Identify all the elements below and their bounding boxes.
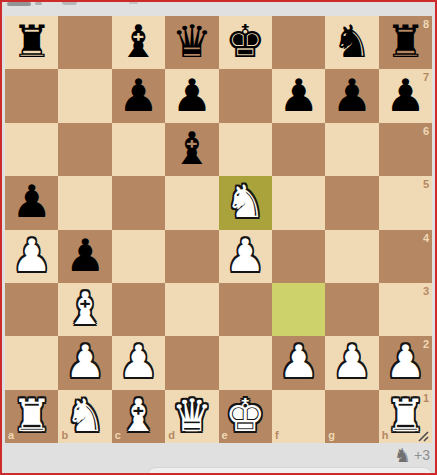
square-e6[interactable] (219, 123, 272, 176)
black-bishop[interactable]: ♝ (172, 126, 212, 171)
white-pawn[interactable]: ♟ (385, 339, 425, 384)
black-pawn[interactable]: ♟ (65, 233, 105, 278)
file-label-a: a (8, 430, 14, 441)
square-f3[interactable] (272, 283, 325, 336)
file-label-d: d (168, 430, 175, 441)
square-c8[interactable]: ♝ (112, 16, 165, 69)
square-b4[interactable]: ♟ (58, 230, 111, 283)
file-label-f: f (275, 430, 279, 441)
rank-label-5: 5 (423, 179, 429, 190)
square-h4[interactable]: 4 (379, 230, 432, 283)
square-b1[interactable]: ♞b (58, 390, 111, 443)
square-e4[interactable]: ♟ (219, 230, 272, 283)
material-tray: ♞ +3 (394, 446, 430, 464)
rank-label-1: 1 (423, 393, 429, 404)
square-g8[interactable]: ♞ (325, 16, 378, 69)
white-queen[interactable]: ♛ (172, 393, 212, 438)
square-a5[interactable]: ♟ (5, 176, 58, 229)
square-c2[interactable]: ♟ (112, 336, 165, 389)
square-d2[interactable] (165, 336, 218, 389)
square-a6[interactable] (5, 123, 58, 176)
rank-label-3: 3 (423, 286, 429, 297)
cropped-text-fragment (7, 2, 31, 6)
square-d7[interactable]: ♟ (165, 69, 218, 122)
square-c7[interactable]: ♟ (112, 69, 165, 122)
square-f2[interactable]: ♟ (272, 336, 325, 389)
rank-label-8: 8 (423, 19, 429, 30)
square-f1[interactable]: f (272, 390, 325, 443)
square-c3[interactable] (112, 283, 165, 336)
square-g5[interactable] (325, 176, 378, 229)
captured-knight-icon: ♞ (394, 446, 411, 465)
white-rook[interactable]: ♜ (12, 393, 52, 438)
black-rook[interactable]: ♜ (12, 19, 52, 64)
square-a1[interactable]: ♜a (5, 390, 58, 443)
file-label-h: h (382, 430, 389, 441)
square-d8[interactable]: ♛ (165, 16, 218, 69)
file-label-g: g (328, 430, 335, 441)
rank-label-7: 7 (423, 72, 429, 83)
square-g2[interactable]: ♟ (325, 336, 378, 389)
square-d3[interactable] (165, 283, 218, 336)
square-g6[interactable] (325, 123, 378, 176)
white-pawn[interactable]: ♟ (332, 339, 372, 384)
square-f7[interactable]: ♟ (272, 69, 325, 122)
square-e7[interactable] (219, 69, 272, 122)
square-a3[interactable] (5, 283, 58, 336)
white-pawn[interactable]: ♟ (12, 233, 52, 278)
square-h7[interactable]: ♟7 (379, 69, 432, 122)
square-e5[interactable]: ♞ (219, 176, 272, 229)
cropped-text-fragment (129, 2, 138, 4)
square-f8[interactable] (272, 16, 325, 69)
square-e1[interactable]: ♚e (219, 390, 272, 443)
square-b3[interactable]: ♝ (58, 283, 111, 336)
square-a8[interactable]: ♜ (5, 16, 58, 69)
black-king[interactable]: ♚ (225, 19, 265, 64)
square-d1[interactable]: ♛d (165, 390, 218, 443)
material-advantage: +3 (414, 448, 430, 462)
white-knight[interactable]: ♞ (225, 179, 265, 224)
square-e8[interactable]: ♚ (219, 16, 272, 69)
square-b8[interactable] (58, 16, 111, 69)
black-pawn[interactable]: ♟ (385, 73, 425, 118)
square-g3[interactable] (325, 283, 378, 336)
white-pawn[interactable]: ♟ (278, 339, 318, 384)
black-bishop[interactable]: ♝ (118, 19, 158, 64)
square-c6[interactable] (112, 123, 165, 176)
square-a2[interactable] (5, 336, 58, 389)
square-h2[interactable]: ♟2 (379, 336, 432, 389)
cropped-text-fragment (35, 2, 42, 5)
square-f4[interactable] (272, 230, 325, 283)
black-pawn[interactable]: ♟ (278, 73, 318, 118)
app-frame: ♜♝♛♚♞♜8♟♟♟♟♟7♝6♟♞5♟♟♟4♝3♟♟♟♟♟2♜a♞b♝c♛d♚e… (0, 0, 437, 475)
black-pawn[interactable]: ♟ (332, 73, 372, 118)
black-queen[interactable]: ♛ (172, 19, 212, 64)
square-d6[interactable]: ♝ (165, 123, 218, 176)
file-label-c: c (115, 430, 121, 441)
square-e3[interactable] (219, 283, 272, 336)
square-a7[interactable] (5, 69, 58, 122)
black-pawn[interactable]: ♟ (12, 179, 52, 224)
file-label-b: b (61, 430, 68, 441)
square-h3[interactable]: 3 (379, 283, 432, 336)
square-a4[interactable]: ♟ (5, 230, 58, 283)
white-pawn[interactable]: ♟ (65, 339, 105, 384)
square-d5[interactable] (165, 176, 218, 229)
square-b2[interactable]: ♟ (58, 336, 111, 389)
rank-label-4: 4 (423, 233, 429, 244)
square-g1[interactable]: g (325, 390, 378, 443)
file-label-e: e (222, 430, 228, 441)
chess-board[interactable]: ♜♝♛♚♞♜8♟♟♟♟♟7♝6♟♞5♟♟♟4♝3♟♟♟♟♟2♜a♞b♝c♛d♚e… (5, 16, 432, 443)
rank-label-6: 6 (423, 126, 429, 137)
cropped-text-fragment (62, 2, 77, 5)
white-knight[interactable]: ♞ (65, 393, 105, 438)
white-king[interactable]: ♚ (225, 393, 265, 438)
square-g7[interactable]: ♟ (325, 69, 378, 122)
white-bishop[interactable]: ♝ (65, 286, 105, 331)
square-c5[interactable] (112, 176, 165, 229)
cropped-bottom-panel (147, 467, 433, 475)
black-pawn[interactable]: ♟ (118, 73, 158, 118)
square-b7[interactable] (58, 69, 111, 122)
square-c1[interactable]: ♝c (112, 390, 165, 443)
square-f5[interactable] (272, 176, 325, 229)
square-d4[interactable] (165, 230, 218, 283)
square-f6[interactable] (272, 123, 325, 176)
black-rook[interactable]: ♜ (385, 19, 425, 64)
square-e2[interactable] (219, 336, 272, 389)
square-c4[interactable] (112, 230, 165, 283)
square-b5[interactable] (58, 176, 111, 229)
square-h6[interactable]: 6 (379, 123, 432, 176)
black-pawn[interactable]: ♟ (172, 73, 212, 118)
board-resize-handle[interactable] (417, 430, 430, 443)
square-b6[interactable] (58, 123, 111, 176)
white-pawn[interactable]: ♟ (225, 233, 265, 278)
black-knight[interactable]: ♞ (332, 19, 372, 64)
square-h8[interactable]: ♜8 (379, 16, 432, 69)
white-pawn[interactable]: ♟ (118, 339, 158, 384)
square-g4[interactable] (325, 230, 378, 283)
rank-label-2: 2 (423, 339, 429, 350)
square-h5[interactable]: 5 (379, 176, 432, 229)
white-bishop[interactable]: ♝ (118, 393, 158, 438)
